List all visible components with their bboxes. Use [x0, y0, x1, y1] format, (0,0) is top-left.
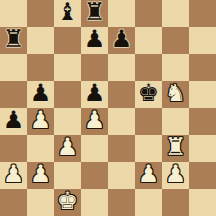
square-h1[interactable] [189, 189, 216, 216]
square-f7[interactable] [135, 27, 162, 54]
square-f4[interactable] [135, 108, 162, 135]
square-e5[interactable] [108, 81, 135, 108]
white-pawn-a2[interactable]: ♟ [3, 162, 25, 188]
square-d1[interactable] [81, 189, 108, 216]
square-b6[interactable] [27, 54, 54, 81]
square-g2[interactable]: ♟ [162, 162, 189, 189]
square-b5[interactable]: ♟ [27, 81, 54, 108]
square-b1[interactable] [27, 189, 54, 216]
square-b4[interactable]: ♟ [27, 108, 54, 135]
black-pawn-d5[interactable]: ♟ [84, 81, 106, 107]
black-king-f5[interactable]: ♚ [138, 81, 160, 107]
square-g3[interactable]: ♜ [162, 135, 189, 162]
square-c7[interactable] [54, 27, 81, 54]
square-f6[interactable] [135, 54, 162, 81]
square-g4[interactable] [162, 108, 189, 135]
square-h8[interactable] [189, 0, 216, 27]
square-e4[interactable] [108, 108, 135, 135]
square-e6[interactable] [108, 54, 135, 81]
square-h6[interactable] [189, 54, 216, 81]
square-a4[interactable]: ♟ [0, 108, 27, 135]
square-e2[interactable] [108, 162, 135, 189]
square-h3[interactable] [189, 135, 216, 162]
square-f8[interactable] [135, 0, 162, 27]
square-b7[interactable] [27, 27, 54, 54]
square-c5[interactable] [54, 81, 81, 108]
square-a7[interactable]: ♜ [0, 27, 27, 54]
square-c6[interactable] [54, 54, 81, 81]
square-f3[interactable] [135, 135, 162, 162]
black-pawn-e7[interactable]: ♟ [111, 27, 133, 53]
square-a2[interactable]: ♟ [0, 162, 27, 189]
square-d3[interactable] [81, 135, 108, 162]
square-d5[interactable]: ♟ [81, 81, 108, 108]
square-g1[interactable] [162, 189, 189, 216]
square-b8[interactable] [27, 0, 54, 27]
white-pawn-c3[interactable]: ♟ [57, 135, 79, 161]
square-c4[interactable] [54, 108, 81, 135]
white-king-c1[interactable]: ♚ [57, 189, 79, 215]
square-h7[interactable] [189, 27, 216, 54]
white-pawn-f2[interactable]: ♟ [138, 162, 160, 188]
square-e8[interactable] [108, 0, 135, 27]
square-g7[interactable] [162, 27, 189, 54]
square-c1[interactable]: ♚ [54, 189, 81, 216]
square-d2[interactable] [81, 162, 108, 189]
square-d4[interactable]: ♟ [81, 108, 108, 135]
square-a6[interactable] [0, 54, 27, 81]
black-rook-d8[interactable]: ♜ [84, 0, 106, 26]
white-knight-g5[interactable]: ♞ [165, 81, 187, 107]
square-h2[interactable] [189, 162, 216, 189]
white-pawn-b2[interactable]: ♟ [30, 162, 52, 188]
square-d6[interactable] [81, 54, 108, 81]
square-e1[interactable] [108, 189, 135, 216]
square-f1[interactable] [135, 189, 162, 216]
black-rook-a7[interactable]: ♜ [3, 27, 25, 53]
square-d7[interactable]: ♟ [81, 27, 108, 54]
white-pawn-b4[interactable]: ♟ [30, 108, 52, 134]
white-pawn-d4[interactable]: ♟ [84, 108, 106, 134]
black-pawn-b5[interactable]: ♟ [30, 81, 52, 107]
black-pawn-d7[interactable]: ♟ [84, 27, 106, 53]
square-g5[interactable]: ♞ [162, 81, 189, 108]
square-c8[interactable]: ♝ [54, 0, 81, 27]
square-b2[interactable]: ♟ [27, 162, 54, 189]
black-pawn-a4[interactable]: ♟ [3, 108, 25, 134]
square-a3[interactable] [0, 135, 27, 162]
square-d8[interactable]: ♜ [81, 0, 108, 27]
square-f5[interactable]: ♚ [135, 81, 162, 108]
square-g8[interactable] [162, 0, 189, 27]
square-h4[interactable] [189, 108, 216, 135]
square-f2[interactable]: ♟ [135, 162, 162, 189]
white-rook-g3[interactable]: ♜ [165, 135, 187, 161]
square-b3[interactable] [27, 135, 54, 162]
square-a5[interactable] [0, 81, 27, 108]
square-a1[interactable] [0, 189, 27, 216]
square-g6[interactable] [162, 54, 189, 81]
square-e7[interactable]: ♟ [108, 27, 135, 54]
square-h5[interactable] [189, 81, 216, 108]
square-e3[interactable] [108, 135, 135, 162]
square-c3[interactable]: ♟ [54, 135, 81, 162]
square-c2[interactable] [54, 162, 81, 189]
chess-board: ♝♜♜♟♟♟♟♚♞♟♟♟♟♜♟♟♟♟♚ [0, 0, 216, 216]
white-pawn-g2[interactable]: ♟ [165, 162, 187, 188]
black-bishop-c8[interactable]: ♝ [57, 0, 79, 26]
square-a8[interactable] [0, 0, 27, 27]
